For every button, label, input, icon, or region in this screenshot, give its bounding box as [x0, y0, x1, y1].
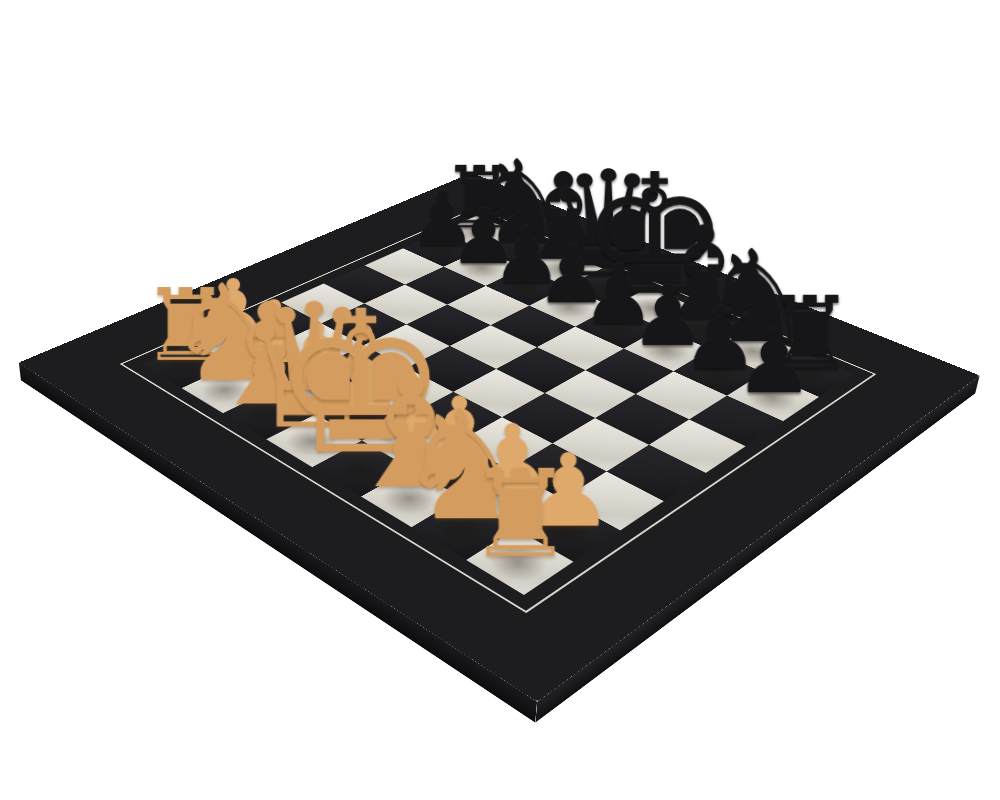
- chess-board: ♜♞♝♛♚♝♞♜♟♟♟♟♟♟♟♟♟♟♟♟♟♟♟♟♜♞♝♛♚♝♞♜: [19, 173, 980, 702]
- chess-set-photo: ♜♞♝♛♚♝♞♜♟♟♟♟♟♟♟♟♟♟♟♟♟♟♟♟♜♞♝♛♚♝♞♜: [0, 0, 1000, 800]
- rook-glyph: ♜: [279, 457, 760, 571]
- board-perspective-wrapper: ♜♞♝♛♚♝♞♜♟♟♟♟♟♟♟♟♟♟♟♟♟♟♟♟♜♞♝♛♚♝♞♜: [157, 30, 835, 708]
- board-grid: ♜♞♝♛♚♝♞♜♟♟♟♟♟♟♟♟♟♟♟♟♟♟♟♟♜♞♝♛♚♝♞♜: [142, 216, 853, 595]
